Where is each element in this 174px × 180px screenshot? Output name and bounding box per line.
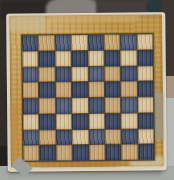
- board-square[interactable]: [72, 35, 88, 50]
- board-square[interactable]: [24, 146, 40, 161]
- board-square[interactable]: [56, 145, 72, 160]
- board-square[interactable]: [105, 82, 121, 97]
- board-square[interactable]: [121, 113, 137, 128]
- board-square[interactable]: [138, 82, 154, 97]
- board-square[interactable]: [72, 66, 88, 81]
- board-square[interactable]: [89, 114, 105, 129]
- board-square[interactable]: [105, 145, 121, 160]
- board-square[interactable]: [40, 114, 56, 129]
- board-square[interactable]: [39, 98, 55, 113]
- board-square[interactable]: [121, 50, 137, 65]
- board-square[interactable]: [89, 129, 105, 144]
- board-square[interactable]: [55, 35, 71, 50]
- board-square[interactable]: [73, 145, 89, 160]
- board-square[interactable]: [56, 82, 72, 97]
- board-square[interactable]: [88, 35, 104, 50]
- board-square[interactable]: [121, 34, 137, 49]
- board-square[interactable]: [122, 129, 138, 144]
- board-square[interactable]: [105, 66, 121, 81]
- teal-object-top-right: [146, 1, 161, 11]
- board-square[interactable]: [56, 114, 72, 129]
- board-square[interactable]: [22, 36, 38, 51]
- board-square[interactable]: [72, 114, 88, 129]
- board-square[interactable]: [73, 129, 89, 144]
- board-square[interactable]: [104, 50, 120, 65]
- board-square[interactable]: [56, 98, 72, 113]
- board-square[interactable]: [121, 82, 137, 97]
- board-square[interactable]: [72, 98, 88, 113]
- board-square[interactable]: [55, 67, 71, 82]
- board-square[interactable]: [23, 130, 39, 145]
- board-square[interactable]: [137, 66, 153, 81]
- board-square[interactable]: [104, 35, 120, 50]
- board-square[interactable]: [138, 113, 154, 128]
- board-square[interactable]: [39, 35, 55, 50]
- paint-wear-patch: [9, 15, 45, 31]
- board-square[interactable]: [88, 51, 104, 66]
- board-square[interactable]: [138, 145, 154, 160]
- board-square[interactable]: [122, 145, 138, 160]
- board-square[interactable]: [137, 50, 153, 65]
- board-square[interactable]: [40, 130, 56, 145]
- board-square[interactable]: [23, 51, 39, 66]
- paint-wear-patch: [10, 106, 19, 162]
- board-square[interactable]: [39, 51, 55, 66]
- paint-wear-patch: [49, 14, 139, 22]
- board-square[interactable]: [138, 129, 154, 144]
- board-square[interactable]: [39, 67, 55, 82]
- board-square[interactable]: [56, 130, 72, 145]
- checkerboard-grid: [21, 33, 154, 161]
- board-square[interactable]: [105, 129, 121, 144]
- board-frame: [9, 14, 164, 168]
- game-table-top: [6, 12, 167, 172]
- board-square[interactable]: [40, 146, 56, 161]
- board-square[interactable]: [72, 82, 88, 97]
- board-square[interactable]: [138, 97, 154, 112]
- board-square[interactable]: [55, 51, 71, 66]
- board-square[interactable]: [137, 34, 153, 49]
- board-square[interactable]: [105, 98, 121, 113]
- scene: [0, 0, 174, 180]
- board-square[interactable]: [72, 51, 88, 66]
- board-square[interactable]: [105, 113, 121, 128]
- board-square[interactable]: [89, 145, 105, 160]
- board-square[interactable]: [88, 66, 104, 81]
- board-square[interactable]: [121, 66, 137, 81]
- board-square[interactable]: [23, 99, 39, 114]
- board-square[interactable]: [39, 83, 55, 98]
- board-square[interactable]: [88, 82, 104, 97]
- board-square[interactable]: [89, 98, 105, 113]
- board-square[interactable]: [23, 114, 39, 129]
- board-square[interactable]: [121, 97, 137, 112]
- board-square[interactable]: [23, 83, 39, 98]
- board-square[interactable]: [23, 67, 39, 82]
